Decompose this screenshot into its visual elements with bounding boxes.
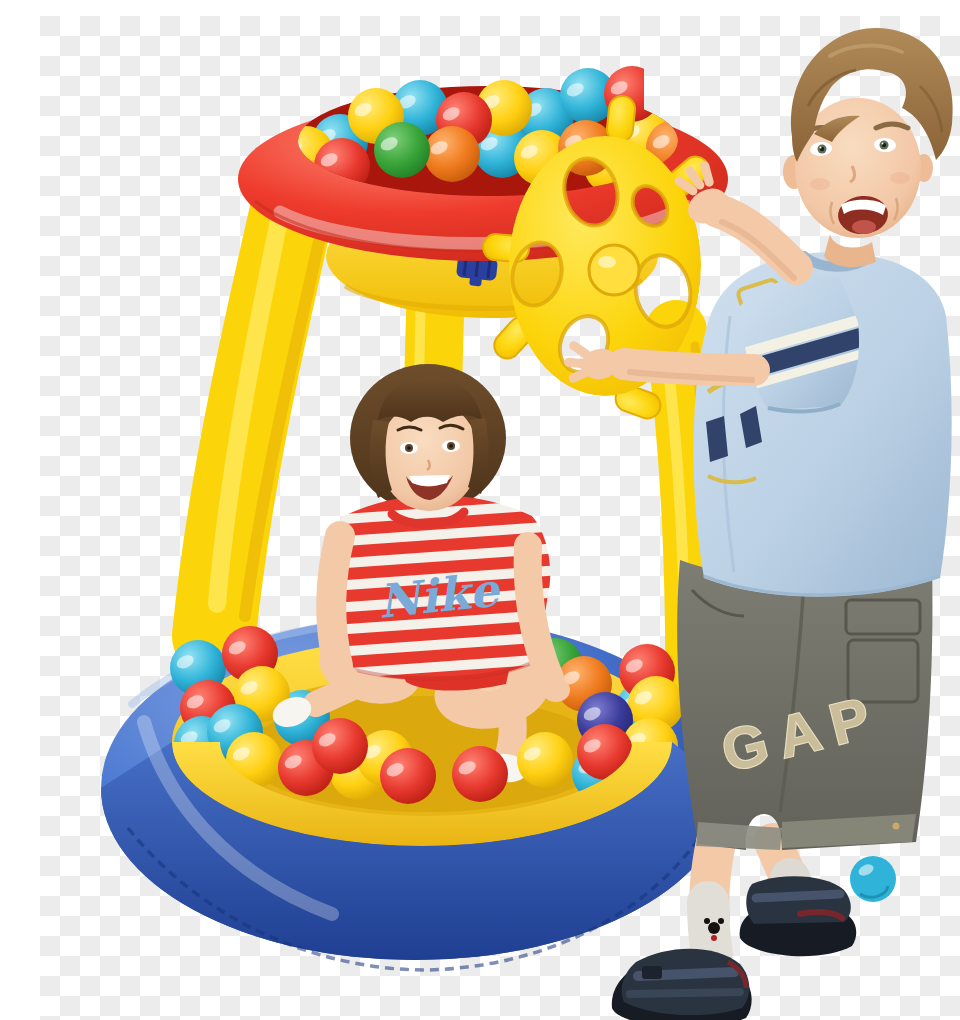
play-ball xyxy=(517,732,573,788)
rivet xyxy=(893,823,900,830)
boy-head xyxy=(783,28,953,267)
boy-cargo-shorts: GAP xyxy=(677,560,932,850)
sandal-buckle xyxy=(642,966,662,979)
girl-eye xyxy=(442,440,460,452)
play-ball xyxy=(374,122,430,178)
wheel-hub xyxy=(589,245,639,295)
play-ball xyxy=(424,126,480,182)
play-ball xyxy=(380,748,436,804)
boy-neck xyxy=(824,234,876,267)
loose-floor-ball xyxy=(850,856,896,902)
wheel-knob xyxy=(606,95,637,143)
girl-eye xyxy=(400,442,418,454)
ball-pit-illustration: Nike xyxy=(40,16,960,1020)
boy-rear-sandal xyxy=(740,876,857,956)
product-photo: Nike xyxy=(40,16,960,1020)
play-ball xyxy=(312,718,368,774)
play-ball xyxy=(452,746,508,802)
boy-front-sandal xyxy=(612,949,752,1020)
boy-tshirt xyxy=(694,252,952,597)
left-support-leg xyxy=(214,184,327,636)
